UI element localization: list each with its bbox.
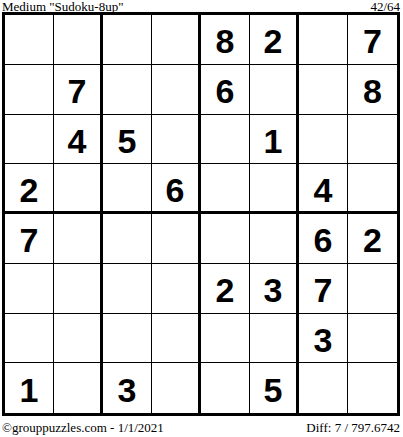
cell-r8c3: 3 [103,363,152,413]
copyright-text: ©grouppuzzles.com - 1/1/2021 [2,420,164,436]
cell-r8c8 [348,363,397,413]
cell-r6c3 [103,264,152,314]
cell-r1c1 [5,15,54,65]
cell-r5c2 [54,214,103,264]
cell-r4c4: 6 [152,164,201,214]
cell-r5c5 [201,214,250,264]
cell-r6c8 [348,264,397,314]
cell-r6c7: 7 [299,264,348,314]
cell-r2c1 [5,65,54,115]
cell-r2c8: 8 [348,65,397,115]
cell-r8c1: 1 [5,363,54,413]
cell-r8c4 [152,363,201,413]
cell-r3c3: 5 [103,115,152,165]
cell-r1c6: 2 [250,15,299,65]
cell-r3c5 [201,115,250,165]
cell-r2c2: 7 [54,65,103,115]
cell-r2c4 [152,65,201,115]
cell-r2c7 [299,65,348,115]
cell-r3c1 [5,115,54,165]
footer-bar: ©grouppuzzles.com - 1/1/2021 Diff: 7 / 7… [2,420,400,436]
cell-r4c2 [54,164,103,214]
cell-r4c1: 2 [5,164,54,214]
cell-r4c3 [103,164,152,214]
cell-r4c6 [250,164,299,214]
cell-r5c1: 7 [5,214,54,264]
cell-r6c6: 3 [250,264,299,314]
cell-r2c5: 6 [201,65,250,115]
cell-r4c5 [201,164,250,214]
cell-r3c6: 1 [250,115,299,165]
cell-r8c6: 5 [250,363,299,413]
cell-r5c4 [152,214,201,264]
cell-r2c3 [103,65,152,115]
cell-r3c7 [299,115,348,165]
cell-r7c7: 3 [299,314,348,364]
cell-r7c8 [348,314,397,364]
cell-r1c3 [103,15,152,65]
cell-r4c7: 4 [299,164,348,214]
cell-r4c8 [348,164,397,214]
cell-r8c5 [201,363,250,413]
cell-r5c6 [250,214,299,264]
cell-r5c7: 6 [299,214,348,264]
cell-r1c5: 8 [201,15,250,65]
cell-r7c5 [201,314,250,364]
cell-r3c8 [348,115,397,165]
cell-r7c3 [103,314,152,364]
cell-r7c4 [152,314,201,364]
cell-r8c7 [299,363,348,413]
cell-r8c2 [54,363,103,413]
sudoku-board: 8277684512647622373135 [2,12,400,416]
cell-r7c2 [54,314,103,364]
cell-r6c1 [5,264,54,314]
cell-r1c4 [152,15,201,65]
puzzle-page: Medium "Sudoku-8up" 42/64 82776845126476… [0,0,403,437]
cell-r6c5: 2 [201,264,250,314]
difficulty-text: Diff: 7 / 797.6742 [306,420,400,436]
cell-r1c7 [299,15,348,65]
cell-r1c8: 7 [348,15,397,65]
cell-r3c2: 4 [54,115,103,165]
cell-r5c8: 2 [348,214,397,264]
cell-r6c4 [152,264,201,314]
cell-r1c2 [54,15,103,65]
cell-r7c1 [5,314,54,364]
cell-r2c6 [250,65,299,115]
cell-r3c4 [152,115,201,165]
cell-r6c2 [54,264,103,314]
cell-r7c6 [250,314,299,364]
cell-r5c3 [103,214,152,264]
